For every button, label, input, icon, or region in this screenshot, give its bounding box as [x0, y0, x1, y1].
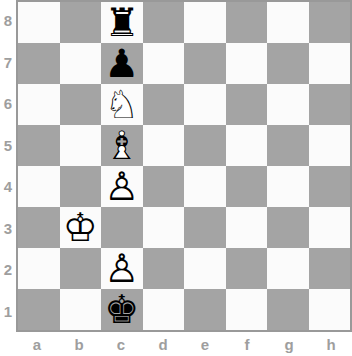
square-h7[interactable] — [309, 43, 351, 84]
rank-label-7: 7 — [0, 42, 16, 84]
square-f6[interactable] — [226, 84, 268, 125]
square-b2[interactable] — [60, 248, 102, 289]
piece-glyph: ♘ — [104, 84, 139, 123]
square-c7[interactable]: ♟ — [101, 43, 143, 84]
black-pawn-c7: ♟ — [101, 43, 143, 84]
square-h4[interactable] — [309, 166, 351, 207]
square-c2[interactable]: ♟♙ — [101, 248, 143, 289]
file-label-h: h — [310, 332, 352, 356]
rank-label-5: 5 — [0, 125, 16, 167]
square-h5[interactable] — [309, 125, 351, 166]
square-e4[interactable] — [184, 166, 226, 207]
square-b7[interactable] — [60, 43, 102, 84]
square-b3[interactable]: ♚♔ — [60, 207, 102, 248]
square-a8[interactable] — [18, 2, 60, 43]
piece-glyph: ♙ — [104, 248, 139, 287]
rank-label-8: 8 — [0, 0, 16, 42]
square-d3[interactable] — [143, 207, 185, 248]
square-a7[interactable] — [18, 43, 60, 84]
white-pawn-c2: ♟♙ — [101, 248, 143, 289]
square-d5[interactable] — [143, 125, 185, 166]
square-e8[interactable] — [184, 2, 226, 43]
piece-glyph: ♟ — [104, 43, 139, 82]
piece-glyph: ♚ — [104, 289, 139, 328]
square-e2[interactable] — [184, 248, 226, 289]
file-label-c: c — [100, 332, 142, 356]
square-g3[interactable] — [267, 207, 309, 248]
chess-board: ♜♟♞♘♝♗♟♙♚♔♟♙♚ — [16, 0, 352, 332]
square-g4[interactable] — [267, 166, 309, 207]
square-a4[interactable] — [18, 166, 60, 207]
square-f2[interactable] — [226, 248, 268, 289]
white-king-b3: ♚♔ — [60, 207, 102, 248]
square-d1[interactable] — [143, 289, 185, 330]
piece-glyph: ♙ — [104, 166, 139, 205]
file-label-g: g — [268, 332, 310, 356]
square-a1[interactable] — [18, 289, 60, 330]
rank-label-2: 2 — [0, 249, 16, 291]
square-d6[interactable] — [143, 84, 185, 125]
black-king-c1: ♚ — [101, 289, 143, 330]
black-rook-c8: ♜ — [101, 2, 143, 43]
square-f4[interactable] — [226, 166, 268, 207]
square-g8[interactable] — [267, 2, 309, 43]
square-f5[interactable] — [226, 125, 268, 166]
square-g6[interactable] — [267, 84, 309, 125]
rank-label-1: 1 — [0, 291, 16, 333]
square-b6[interactable] — [60, 84, 102, 125]
chess-diagram: 87654321 ♜♟♞♘♝♗♟♙♚♔♟♙♚ abcdefgh — [0, 0, 352, 356]
square-c8[interactable]: ♜ — [101, 2, 143, 43]
square-c5[interactable]: ♝♗ — [101, 125, 143, 166]
piece-glyph: ♔ — [63, 207, 98, 246]
file-label-d: d — [142, 332, 184, 356]
square-g7[interactable] — [267, 43, 309, 84]
white-pawn-c4: ♟♙ — [101, 166, 143, 207]
white-knight-c6: ♞♘ — [101, 84, 143, 125]
square-e3[interactable] — [184, 207, 226, 248]
square-b8[interactable] — [60, 2, 102, 43]
square-f3[interactable] — [226, 207, 268, 248]
file-label-e: e — [184, 332, 226, 356]
square-h6[interactable] — [309, 84, 351, 125]
piece-glyph: ♜ — [104, 2, 139, 41]
square-a3[interactable] — [18, 207, 60, 248]
square-c1[interactable]: ♚ — [101, 289, 143, 330]
square-c6[interactable]: ♞♘ — [101, 84, 143, 125]
square-e1[interactable] — [184, 289, 226, 330]
square-b5[interactable] — [60, 125, 102, 166]
square-h2[interactable] — [309, 248, 351, 289]
square-e6[interactable] — [184, 84, 226, 125]
square-e7[interactable] — [184, 43, 226, 84]
square-h8[interactable] — [309, 2, 351, 43]
file-label-f: f — [226, 332, 268, 356]
square-d2[interactable] — [143, 248, 185, 289]
rank-labels: 87654321 — [0, 0, 16, 332]
square-d8[interactable] — [143, 2, 185, 43]
square-a5[interactable] — [18, 125, 60, 166]
rank-label-4: 4 — [0, 166, 16, 208]
file-label-b: b — [58, 332, 100, 356]
square-g2[interactable] — [267, 248, 309, 289]
square-f8[interactable] — [226, 2, 268, 43]
file-labels: abcdefgh — [16, 332, 352, 356]
square-a6[interactable] — [18, 84, 60, 125]
square-e5[interactable] — [184, 125, 226, 166]
square-g1[interactable] — [267, 289, 309, 330]
square-c4[interactable]: ♟♙ — [101, 166, 143, 207]
square-a2[interactable] — [18, 248, 60, 289]
square-f7[interactable] — [226, 43, 268, 84]
square-d4[interactable] — [143, 166, 185, 207]
square-b1[interactable] — [60, 289, 102, 330]
square-c3[interactable] — [101, 207, 143, 248]
square-g5[interactable] — [267, 125, 309, 166]
square-h3[interactable] — [309, 207, 351, 248]
square-d7[interactable] — [143, 43, 185, 84]
white-bishop-c5: ♝♗ — [101, 125, 143, 166]
file-label-a: a — [16, 332, 58, 356]
rank-label-3: 3 — [0, 208, 16, 250]
square-b4[interactable] — [60, 166, 102, 207]
square-f1[interactable] — [226, 289, 268, 330]
rank-label-6: 6 — [0, 83, 16, 125]
piece-glyph: ♗ — [104, 125, 139, 164]
square-h1[interactable] — [309, 289, 351, 330]
board-wrap: 87654321 ♜♟♞♘♝♗♟♙♚♔♟♙♚ abcdefgh — [0, 0, 352, 356]
